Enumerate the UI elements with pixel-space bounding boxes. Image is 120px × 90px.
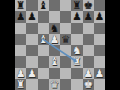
square-a7[interactable]: ♟: [15, 11, 26, 22]
square-h2[interactable]: ♟: [94, 68, 105, 79]
square-e2[interactable]: [60, 68, 71, 79]
square-a4[interactable]: [15, 45, 26, 56]
piece-black-pawn[interactable]: ♟: [26, 11, 37, 22]
square-f3[interactable]: ♜: [71, 56, 82, 67]
square-d5[interactable]: ♟: [49, 34, 60, 45]
square-a3[interactable]: [15, 56, 26, 67]
piece-white-pawn[interactable]: ♟: [49, 34, 60, 45]
square-h1[interactable]: [94, 79, 105, 90]
square-e3[interactable]: [60, 56, 71, 67]
square-e7[interactable]: [60, 11, 71, 22]
square-b4[interactable]: [26, 45, 37, 56]
piece-black-bishop[interactable]: ♝: [38, 0, 49, 11]
square-h3[interactable]: [94, 56, 105, 67]
piece-black-queen[interactable]: ♛: [60, 34, 71, 45]
piece-white-king[interactable]: ♚: [83, 79, 94, 90]
square-b5[interactable]: [26, 34, 37, 45]
square-a5[interactable]: [15, 34, 26, 45]
square-b3[interactable]: [26, 56, 37, 67]
square-b2[interactable]: ♟: [26, 68, 37, 79]
video-letterbox-frame: ♜♝♜♚♟♟♟♟♟♞♝♟♛♞♝♜♟♟♟♟♜♛♚: [0, 0, 120, 90]
square-c5[interactable]: ♝: [38, 34, 49, 45]
square-e4[interactable]: [60, 45, 71, 56]
square-b6[interactable]: [26, 23, 37, 34]
chess-board: ♜♝♜♚♟♟♟♟♟♞♝♟♛♞♝♜♟♟♟♟♜♛♚: [15, 0, 105, 90]
piece-white-queen[interactable]: ♛: [49, 79, 60, 90]
piece-white-pawn[interactable]: ♟: [26, 68, 37, 79]
piece-white-rook[interactable]: ♜: [71, 56, 82, 67]
piece-black-pawn[interactable]: ♟: [83, 11, 94, 22]
square-d7[interactable]: [49, 11, 60, 22]
piece-white-pawn[interactable]: ♟: [94, 68, 105, 79]
square-d1[interactable]: ♛: [49, 79, 60, 90]
square-g7[interactable]: ♟: [83, 11, 94, 22]
square-f1[interactable]: [71, 79, 82, 90]
piece-black-pawn[interactable]: ♟: [94, 11, 105, 22]
square-g4[interactable]: [83, 45, 94, 56]
square-h6[interactable]: [94, 23, 105, 34]
square-g3[interactable]: [83, 56, 94, 67]
piece-white-rook[interactable]: ♜: [15, 79, 26, 90]
square-c7[interactable]: [38, 11, 49, 22]
square-g5[interactable]: [83, 34, 94, 45]
square-d3[interactable]: ♝: [49, 56, 60, 67]
square-e5[interactable]: ♛: [60, 34, 71, 45]
square-d8[interactable]: [49, 0, 60, 11]
square-c4[interactable]: [38, 45, 49, 56]
square-c3[interactable]: [38, 56, 49, 67]
square-h7[interactable]: ♟: [94, 11, 105, 22]
square-g1[interactable]: ♚: [83, 79, 94, 90]
square-e1[interactable]: [60, 79, 71, 90]
piece-white-bishop[interactable]: ♝: [38, 34, 49, 45]
square-e8[interactable]: [60, 0, 71, 11]
square-b1[interactable]: [26, 79, 37, 90]
piece-white-bishop[interactable]: ♝: [49, 56, 60, 67]
square-c2[interactable]: [38, 68, 49, 79]
square-f2[interactable]: [71, 68, 82, 79]
square-h4[interactable]: [94, 45, 105, 56]
piece-black-pawn[interactable]: ♟: [15, 11, 26, 22]
square-c8[interactable]: ♝: [38, 0, 49, 11]
square-f6[interactable]: [71, 23, 82, 34]
square-g6[interactable]: [83, 23, 94, 34]
piece-black-pawn[interactable]: ♟: [71, 11, 82, 22]
square-a1[interactable]: ♜: [15, 79, 26, 90]
square-b7[interactable]: ♟: [26, 11, 37, 22]
square-f7[interactable]: ♟: [71, 11, 82, 22]
square-c1[interactable]: [38, 79, 49, 90]
square-a6[interactable]: [15, 23, 26, 34]
square-h5[interactable]: [94, 34, 105, 45]
